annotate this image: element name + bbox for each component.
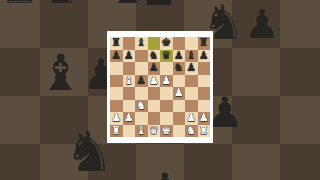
pawn-icon: ♟ [146,168,184,180]
rook-icon: ♜ [0,0,39,10]
square-c1[interactable]: ♝ [135,125,148,138]
black-rook[interactable]: ♜ [198,37,211,50]
square-e1[interactable]: ♚ [160,125,173,138]
white-knight[interactable]: ♞ [185,125,198,138]
square-c3[interactable]: ♞ [135,100,148,113]
white-bishop[interactable]: ♝ [135,125,148,138]
square-b5[interactable]: ♝ [123,75,136,88]
pawn-icon: ♟ [244,4,280,44]
square-f8[interactable] [173,37,186,50]
square-c4[interactable] [135,87,148,100]
pawn-icon: ♟ [140,0,178,12]
square-g6[interactable]: ♟ [185,62,198,75]
black-rook[interactable]: ♜ [110,37,123,50]
square-a7[interactable]: ♟ [110,50,123,63]
black-pawn[interactable]: ♟ [123,50,136,63]
square-a1[interactable]: ♜ [110,125,123,138]
knight-icon: ♞ [40,0,79,10]
square-e3[interactable] [160,100,173,113]
square-f1[interactable] [173,125,186,138]
square-a2[interactable]: ♟ [110,112,123,125]
white-rook[interactable]: ♜ [110,125,123,138]
square-f6[interactable]: ♞ [173,62,186,75]
square-h6[interactable] [198,62,211,75]
square-b2[interactable]: ♟ [123,112,136,125]
square-c5[interactable]: ♟ [135,75,148,88]
square-g5[interactable] [185,75,198,88]
black-pawn[interactable]: ♟ [198,50,211,63]
square-e5[interactable]: ♟ [160,75,173,88]
square-b7[interactable]: ♟ [123,50,136,63]
square-a4[interactable] [110,87,123,100]
square-a8[interactable]: ♜ [110,37,123,50]
white-pawn[interactable]: ♟ [160,75,173,88]
white-rook[interactable]: ♜ [198,125,211,138]
square-c7[interactable] [135,50,148,63]
square-e8[interactable]: ♚ [160,37,173,50]
white-king[interactable]: ♚ [160,125,173,138]
square-g8[interactable] [185,37,198,50]
square-b1[interactable] [123,125,136,138]
square-d8[interactable] [148,37,161,50]
square-e6[interactable] [160,62,173,75]
square-a6[interactable] [110,62,123,75]
square-h8[interactable]: ♜ [198,37,211,50]
square-e2[interactable] [160,112,173,125]
bishop-icon: ♝ [38,48,83,98]
bishop-icon: ♝ [108,0,147,10]
square-d3[interactable] [148,100,161,113]
chess-board: ♜♝♚♜♟♟♞♛♟♝♟♟♞♟♝♟♟♟♟♞♟♟♟♟♜♝♛♚♞♜ [110,37,210,137]
square-c2[interactable] [135,112,148,125]
white-knight[interactable]: ♞ [135,100,148,113]
white-queen[interactable]: ♛ [148,125,161,138]
black-knight[interactable]: ♞ [173,62,186,75]
square-d4[interactable] [148,87,161,100]
chess-shorts-frame: ♜♞♝♟♞♟♝♟♟♞♟ ♜♝♚♜♟♟♞♛♟♝♟♟♞♟♝♟♟♟♟♞♟♟♟♟♜♝♛♚… [0,0,320,180]
square-g2[interactable]: ♟ [185,112,198,125]
black-king[interactable]: ♚ [160,37,173,50]
square-h4[interactable] [198,87,211,100]
white-pawn[interactable]: ♟ [123,112,136,125]
white-pawn[interactable]: ♟ [198,112,211,125]
square-d5[interactable]: ♟ [148,75,161,88]
square-c8[interactable]: ♝ [135,37,148,50]
black-bishop[interactable]: ♝ [135,37,148,50]
square-h5[interactable] [198,75,211,88]
square-b4[interactable] [123,87,136,100]
square-d1[interactable]: ♛ [148,125,161,138]
square-h7[interactable]: ♟ [198,50,211,63]
black-pawn[interactable]: ♟ [185,62,198,75]
white-bishop[interactable]: ♝ [123,75,136,88]
square-d6[interactable]: ♟ [148,62,161,75]
square-e7[interactable]: ♛ [160,50,173,63]
square-f4[interactable]: ♟ [173,87,186,100]
black-queen[interactable]: ♛ [160,50,173,63]
square-b6[interactable] [123,62,136,75]
square-b8[interactable] [123,37,136,50]
square-c6[interactable] [135,62,148,75]
black-pawn[interactable]: ♟ [110,50,123,63]
square-h1[interactable]: ♜ [198,125,211,138]
black-pawn[interactable]: ♟ [135,75,148,88]
square-g4[interactable] [185,87,198,100]
square-f3[interactable] [173,100,186,113]
square-h2[interactable]: ♟ [198,112,211,125]
white-pawn[interactable]: ♟ [148,75,161,88]
black-pawn[interactable]: ♟ [148,62,161,75]
white-pawn[interactable]: ♟ [185,112,198,125]
square-g1[interactable]: ♞ [185,125,198,138]
square-e4[interactable] [160,87,173,100]
square-f2[interactable] [173,112,186,125]
square-a5[interactable] [110,75,123,88]
white-pawn[interactable]: ♟ [110,112,123,125]
white-pawn[interactable]: ♟ [173,87,186,100]
square-d2[interactable] [148,112,161,125]
